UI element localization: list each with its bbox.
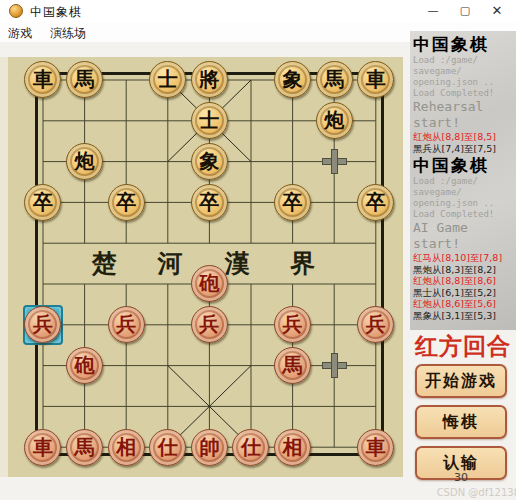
piece-red-6-7[interactable]: 馬: [274, 347, 311, 384]
log-panel: 中国象棋Load :/game/savegame/opening.json ..…: [410, 31, 516, 330]
log-load-line: opening.json ..: [413, 198, 516, 209]
button-column: 开始游戏悔棋认输: [415, 364, 507, 480]
log-load-line: Load :/game/: [413, 55, 516, 66]
log-move-line: 黑士从[6,1]至[5,2]: [413, 287, 516, 299]
piece-red-3-9[interactable]: 仕: [149, 429, 186, 466]
piece-black-2-3[interactable]: 卒: [108, 184, 145, 221]
piece-black-4-3[interactable]: 卒: [191, 184, 228, 221]
log-move-line: 黑炮从[8,3]至[8,2]: [413, 264, 516, 276]
log-banner-line: start!: [413, 236, 516, 252]
piece-black-8-3[interactable]: 卒: [357, 184, 394, 221]
log-move-line: 黑象从[3,1]至[5,3]: [413, 310, 516, 322]
menu-item-practice[interactable]: 演练场: [45, 22, 91, 42]
piece-black-4-0[interactable]: 將: [191, 61, 228, 98]
log-banner-line: start!: [413, 115, 516, 131]
piece-red-8-6[interactable]: 兵: [357, 306, 394, 343]
app-icon: [9, 4, 23, 18]
piece-red-6-6[interactable]: 兵: [274, 306, 311, 343]
log-move-line: 黑兵从[7,4]至[7,5]: [413, 143, 516, 155]
log-move-line: 红炮从[8,8]至[8,6]: [413, 275, 516, 287]
left-margin-strip: [0, 57, 8, 477]
piece-black-0-0[interactable]: 車: [24, 61, 61, 98]
piece-black-7-0[interactable]: 馬: [316, 61, 353, 98]
piece-black-0-3[interactable]: 卒: [24, 184, 61, 221]
maximize-button[interactable]: ▢: [454, 2, 476, 20]
piece-red-4-6[interactable]: 兵: [191, 306, 228, 343]
log-load-line: Load :/game/: [413, 176, 516, 187]
piece-black-8-0[interactable]: 車: [357, 61, 394, 98]
move-counter: 30: [415, 471, 507, 484]
log-load-line: Load Completed!: [413, 88, 516, 99]
menu-item-game[interactable]: 游戏: [3, 22, 37, 42]
piece-red-0-6[interactable]: 兵: [24, 306, 61, 343]
piece-red-2-9[interactable]: 相: [108, 429, 145, 466]
piece-red-8-9[interactable]: 車: [357, 429, 394, 466]
log-load-line: opening.json ..: [413, 77, 516, 88]
piece-red-4-5[interactable]: 砲: [191, 265, 228, 302]
watermark: CSDN @df12138: [437, 487, 516, 498]
titlebar: 中国象棋 — ▢ ✕: [0, 0, 516, 22]
start-game-button[interactable]: 开始游戏: [415, 364, 507, 398]
turn-indicator: 红方回合: [410, 331, 516, 362]
piece-black-6-3[interactable]: 卒: [274, 184, 311, 221]
piece-red-5-9[interactable]: 仕: [232, 429, 269, 466]
piece-black-4-1[interactable]: 士: [191, 102, 228, 139]
piece-black-4-2[interactable]: 象: [191, 143, 228, 180]
log-move-line: 红马从[8,10]至[7,8]: [413, 252, 516, 264]
piece-black-1-2[interactable]: 炮: [66, 143, 103, 180]
log-move-line: 红炮从[8,6]至[5,6]: [413, 298, 516, 310]
move-marker: [313, 345, 355, 386]
piece-black-7-1[interactable]: 炮: [316, 102, 353, 139]
xiangqi-board[interactable]: 楚 河 漢 界 車馬士將象馬車士炮炮象卒卒卒卒卒砲兵兵兵兵兵砲馬車馬相仕帥仕相車: [8, 57, 403, 477]
minimize-button[interactable]: —: [422, 2, 444, 20]
close-button[interactable]: ✕: [486, 2, 508, 20]
log-load-line: savegame/: [413, 66, 516, 77]
pieces-grid: 車馬士將象馬車士炮炮象卒卒卒卒卒砲兵兵兵兵兵砲馬車馬相仕帥仕相車: [22, 60, 396, 468]
piece-black-6-0[interactable]: 象: [274, 61, 311, 98]
log-banner-line: Rehearsal: [413, 99, 516, 115]
piece-red-4-9[interactable]: 帥: [191, 429, 228, 466]
log-banner-line: AI Game: [413, 220, 516, 236]
piece-red-1-7[interactable]: 砲: [66, 347, 103, 384]
log-load-line: Load Completed!: [413, 209, 516, 220]
log-section-title: 中国象棋: [413, 154, 516, 176]
window-title: 中国象棋: [30, 4, 82, 21]
log-move-line: 红炮从[8,8]至[8,5]: [413, 131, 516, 143]
piece-red-1-9[interactable]: 馬: [66, 429, 103, 466]
undo-button[interactable]: 悔棋: [415, 405, 507, 439]
log-section-title: 中国象棋: [413, 33, 516, 55]
log-load-line: savegame/: [413, 187, 516, 198]
piece-black-3-0[interactable]: 士: [149, 61, 186, 98]
piece-red-6-9[interactable]: 相: [274, 429, 311, 466]
piece-red-0-9[interactable]: 車: [24, 429, 61, 466]
piece-red-2-6[interactable]: 兵: [108, 306, 145, 343]
move-marker: [313, 141, 355, 182]
piece-black-1-0[interactable]: 馬: [66, 61, 103, 98]
